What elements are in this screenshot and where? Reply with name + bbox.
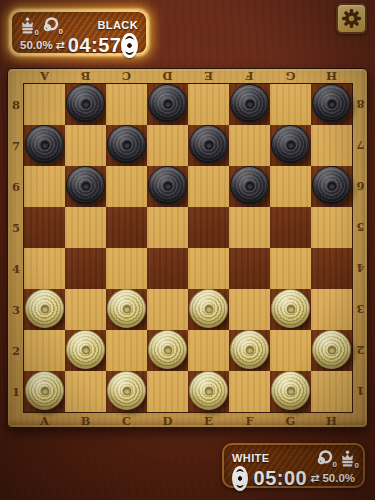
captured-checkers-icon: 0 (316, 450, 333, 466)
rank-label-left-8: 8 (8, 84, 24, 125)
black-checker-d6[interactable] (148, 166, 187, 205)
black-timer: 04:57 (68, 34, 122, 57)
square-f8[interactable] (229, 84, 270, 125)
square-d6[interactable] (147, 166, 188, 207)
square-e8[interactable] (188, 84, 229, 125)
file-label-bottom-h: H (311, 412, 352, 429)
square-g6[interactable] (270, 166, 311, 207)
white-player-card: WHITE 0 0 (222, 443, 365, 488)
square-g7[interactable] (270, 125, 311, 166)
black-checker-f6[interactable] (230, 166, 269, 205)
rank-label-right-5: 5 (352, 207, 369, 248)
square-g5[interactable] (270, 207, 311, 248)
square-f3[interactable] (229, 289, 270, 330)
black-checker-b8[interactable] (66, 84, 105, 123)
checker-ring-icon (121, 33, 138, 58)
white-checker-c3[interactable] (107, 289, 146, 328)
black-checker-h6[interactable] (312, 166, 351, 205)
square-b2[interactable] (65, 330, 106, 371)
file-label-bottom-a: A (24, 412, 65, 429)
square-f4[interactable] (229, 248, 270, 289)
square-c2[interactable] (106, 330, 147, 371)
square-e6[interactable] (188, 166, 229, 207)
white-checker-f2[interactable] (230, 330, 269, 369)
game-screen: 0 0 BLACK 50.0% ⇄ 04:57 (0, 0, 375, 500)
square-g4[interactable] (270, 248, 311, 289)
square-d8[interactable] (147, 84, 188, 125)
rank-labels-right: 87654321 (352, 84, 369, 412)
square-d5[interactable] (147, 207, 188, 248)
square-a6[interactable] (24, 166, 65, 207)
rank-label-left-6: 6 (8, 166, 24, 207)
file-label-top-d: D (147, 69, 188, 84)
square-d2[interactable] (147, 330, 188, 371)
settings-button[interactable] (336, 3, 367, 34)
square-a1[interactable] (24, 371, 65, 412)
white-men-captured-count: 0 (333, 461, 337, 469)
checkers-board: ABCDEFGH ABCDEFGH 87654321 87654321 (7, 68, 368, 428)
black-player-card: 0 0 BLACK 50.0% ⇄ 04:57 (10, 10, 148, 55)
square-b6[interactable] (65, 166, 106, 207)
black-checker-g7[interactable] (271, 125, 310, 164)
rank-label-left-3: 3 (8, 289, 24, 330)
black-checker-e7[interactable] (189, 125, 228, 164)
file-label-top-c: C (106, 69, 147, 84)
white-captures: 0 0 (316, 450, 355, 467)
square-b5[interactable] (65, 207, 106, 248)
square-h4[interactable] (311, 248, 352, 289)
white-checker-g3[interactable] (271, 289, 310, 328)
square-f6[interactable] (229, 166, 270, 207)
file-labels-top: ABCDEFGH (24, 69, 352, 84)
file-label-bottom-b: B (65, 412, 106, 429)
square-d1[interactable] (147, 371, 188, 412)
square-d4[interactable] (147, 248, 188, 289)
board-grid (24, 84, 352, 412)
white-checker-h2[interactable] (312, 330, 351, 369)
king-piece-icon: 0 (340, 450, 355, 467)
square-h8[interactable] (311, 84, 352, 125)
black-checker-d8[interactable] (148, 84, 187, 123)
rank-label-left-2: 2 (8, 330, 24, 371)
square-b1[interactable] (65, 371, 106, 412)
rank-label-right-8: 8 (352, 84, 369, 125)
file-label-top-f: F (229, 69, 270, 84)
file-label-top-h: H (311, 69, 352, 84)
black-checker-a7[interactable] (25, 125, 64, 164)
square-c1[interactable] (106, 371, 147, 412)
rank-label-right-4: 4 (352, 248, 369, 289)
square-h7[interactable] (311, 125, 352, 166)
file-label-top-e: E (188, 69, 229, 84)
file-label-top-a: A (24, 69, 65, 84)
rank-label-right-7: 7 (352, 125, 369, 166)
swap-arrows-icon: ⇄ (310, 472, 319, 485)
white-checker-g1[interactable] (271, 371, 310, 410)
white-timer: 05:00 (254, 467, 308, 490)
black-checker-h8[interactable] (312, 84, 351, 123)
square-a3[interactable] (24, 289, 65, 330)
square-a8[interactable] (24, 84, 65, 125)
file-label-top-g: G (270, 69, 311, 84)
square-h6[interactable] (311, 166, 352, 207)
square-c8[interactable] (106, 84, 147, 125)
rank-label-right-1: 1 (352, 371, 369, 412)
square-g8[interactable] (270, 84, 311, 125)
king-piece-icon: 0 (20, 17, 35, 34)
white-checker-a3[interactable] (25, 289, 64, 328)
square-e3[interactable] (188, 289, 229, 330)
white-kings-captured-count: 0 (355, 462, 359, 470)
file-label-bottom-c: C (106, 412, 147, 429)
file-label-bottom-d: D (147, 412, 188, 429)
file-label-bottom-e: E (188, 412, 229, 429)
rank-labels-left: 87654321 (8, 84, 24, 412)
square-h3[interactable] (311, 289, 352, 330)
white-checker-c1[interactable] (107, 371, 146, 410)
swap-arrows-icon: ⇄ (56, 39, 65, 52)
square-e1[interactable] (188, 371, 229, 412)
square-g3[interactable] (270, 289, 311, 330)
square-f7[interactable] (229, 125, 270, 166)
square-b4[interactable] (65, 248, 106, 289)
white-checker-b2[interactable] (66, 330, 105, 369)
white-checker-a1[interactable] (25, 371, 64, 410)
square-e5[interactable] (188, 207, 229, 248)
checker-ring-icon (232, 466, 248, 491)
square-f5[interactable] (229, 207, 270, 248)
gear-icon (341, 8, 362, 29)
file-label-bottom-f: F (229, 412, 270, 429)
black-men-captured-count: 0 (59, 28, 63, 36)
square-a2[interactable] (24, 330, 65, 371)
white-win-percent: 50.0% (322, 472, 355, 484)
square-a5[interactable] (24, 207, 65, 248)
rank-label-right-6: 6 (352, 166, 369, 207)
black-checker-b6[interactable] (66, 166, 105, 205)
white-checker-e3[interactable] (189, 289, 228, 328)
rank-label-left-4: 4 (8, 248, 24, 289)
square-e7[interactable] (188, 125, 229, 166)
file-label-top-b: B (65, 69, 106, 84)
square-a7[interactable] (24, 125, 65, 166)
square-b3[interactable] (65, 289, 106, 330)
white-checker-e1[interactable] (189, 371, 228, 410)
square-d3[interactable] (147, 289, 188, 330)
rank-label-right-3: 3 (352, 289, 369, 330)
file-labels-bottom: ABCDEFGH (24, 412, 352, 429)
rank-label-left-7: 7 (8, 125, 24, 166)
rank-label-left-1: 1 (8, 371, 24, 412)
black-kings-captured-count: 0 (35, 29, 39, 37)
square-f1[interactable] (229, 371, 270, 412)
rank-label-left-5: 5 (8, 207, 24, 248)
square-c5[interactable] (106, 207, 147, 248)
square-c6[interactable] (106, 166, 147, 207)
square-h2[interactable] (311, 330, 352, 371)
black-captures: 0 0 (20, 17, 59, 34)
rank-label-right-2: 2 (352, 330, 369, 371)
black-win-percent: 50.0% (20, 39, 53, 51)
square-b7[interactable] (65, 125, 106, 166)
square-f2[interactable] (229, 330, 270, 371)
white-checker-d2[interactable] (148, 330, 187, 369)
square-e4[interactable] (188, 248, 229, 289)
square-g1[interactable] (270, 371, 311, 412)
square-g2[interactable] (270, 330, 311, 371)
captured-checkers-icon: 0 (42, 17, 59, 33)
white-player-name: WHITE (232, 452, 269, 464)
square-b8[interactable] (65, 84, 106, 125)
black-checker-c7[interactable] (107, 125, 146, 164)
square-e2[interactable] (188, 330, 229, 371)
file-label-bottom-g: G (270, 412, 311, 429)
square-c4[interactable] (106, 248, 147, 289)
square-h1[interactable] (311, 371, 352, 412)
square-c3[interactable] (106, 289, 147, 330)
square-a4[interactable] (24, 248, 65, 289)
square-d7[interactable] (147, 125, 188, 166)
square-h5[interactable] (311, 207, 352, 248)
black-player-name: BLACK (98, 19, 139, 31)
black-checker-f8[interactable] (230, 84, 269, 123)
square-c7[interactable] (106, 125, 147, 166)
